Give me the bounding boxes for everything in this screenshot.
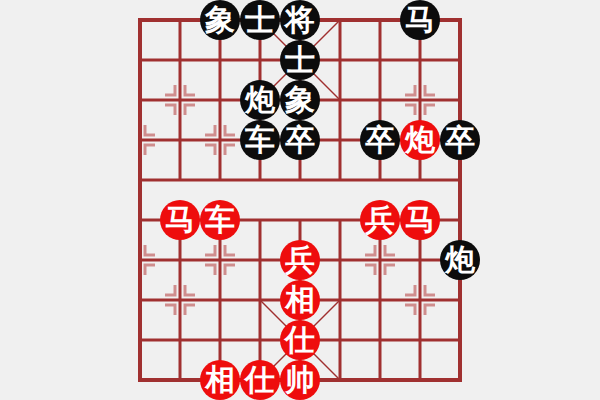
piece-black-cannon[interactable]: 炮 (440, 240, 480, 280)
piece-black-horse[interactable]: 马 (400, 0, 440, 40)
piece-red-horse[interactable]: 马 (160, 200, 200, 240)
piece-red-advisor[interactable]: 仕 (240, 360, 280, 400)
piece-red-general[interactable]: 帅 (280, 360, 320, 400)
piece-black-advisor[interactable]: 士 (240, 0, 280, 40)
piece-red-soldier[interactable]: 兵 (360, 200, 400, 240)
piece-black-soldier[interactable]: 卒 (440, 120, 480, 160)
piece-black-elephant[interactable]: 象 (200, 0, 240, 40)
piece-black-general[interactable]: 将 (280, 0, 320, 40)
piece-black-advisor[interactable]: 士 (280, 40, 320, 80)
piece-red-chariot[interactable]: 车 (200, 200, 240, 240)
piece-black-soldier[interactable]: 卒 (280, 120, 320, 160)
piece-red-horse[interactable]: 马 (400, 200, 440, 240)
piece-red-elephant[interactable]: 相 (280, 280, 320, 320)
piece-black-chariot[interactable]: 车 (240, 120, 280, 160)
piece-black-soldier[interactable]: 卒 (360, 120, 400, 160)
piece-red-advisor[interactable]: 仕 (280, 320, 320, 360)
piece-red-soldier[interactable]: 兵 (280, 240, 320, 280)
xiangqi-board: 象士将马士炮象车卒卒炮卒马车兵马兵炮相仕相仕帅 (0, 0, 600, 400)
piece-red-elephant[interactable]: 相 (200, 360, 240, 400)
piece-black-elephant[interactable]: 象 (280, 80, 320, 120)
piece-red-cannon[interactable]: 炮 (400, 120, 440, 160)
piece-black-cannon[interactable]: 炮 (240, 80, 280, 120)
